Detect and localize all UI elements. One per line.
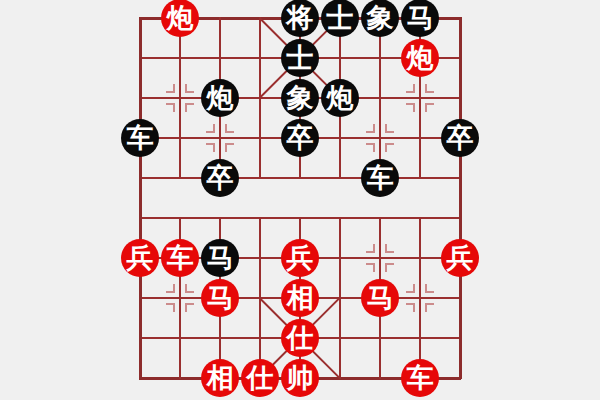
intersection-4-8[interactable]: 仕 — [280, 318, 320, 358]
intersection-2-1[interactable] — [200, 38, 240, 78]
intersection-3-5[interactable] — [240, 198, 280, 238]
intersection-4-9[interactable]: 帅 — [280, 358, 320, 398]
intersection-4-7[interactable]: 相 — [280, 278, 320, 318]
piece-red-soldier[interactable]: 兵 — [121, 239, 159, 277]
intersection-3-2[interactable] — [240, 78, 280, 118]
intersection-4-6[interactable]: 兵 — [280, 238, 320, 278]
intersection-3-9[interactable]: 仕 — [240, 358, 280, 398]
intersection-2-7[interactable]: 马 — [200, 278, 240, 318]
intersection-8-3[interactable]: 卒 — [440, 118, 480, 158]
piece-red-advisor[interactable]: 仕 — [241, 359, 279, 397]
piece-red-cannon[interactable]: 炮 — [401, 39, 439, 77]
intersection-5-5[interactable] — [320, 198, 360, 238]
piece-red-king[interactable]: 帅 — [281, 359, 319, 397]
intersection-4-5[interactable] — [280, 198, 320, 238]
intersection-1-5[interactable] — [160, 198, 200, 238]
intersection-0-8[interactable] — [120, 318, 160, 358]
piece-red-elephant[interactable]: 相 — [281, 279, 319, 317]
intersection-6-2[interactable] — [360, 78, 400, 118]
intersection-7-5[interactable] — [400, 198, 440, 238]
intersection-7-4[interactable] — [400, 158, 440, 198]
intersection-6-8[interactable] — [360, 318, 400, 358]
intersection-8-4[interactable] — [440, 158, 480, 198]
piece-black-horse[interactable]: 马 — [401, 0, 439, 37]
piece-red-elephant[interactable]: 相 — [201, 359, 239, 397]
intersection-6-4[interactable]: 车 — [360, 158, 400, 198]
xiangqi-app: 炮将士象马士炮炮象炮车卒卒卒车兵车马兵兵马相马仕相仕帅车 — [0, 0, 600, 400]
piece-black-soldier[interactable]: 卒 — [201, 159, 239, 197]
piece-red-advisor[interactable]: 仕 — [281, 319, 319, 357]
intersection-1-1[interactable] — [160, 38, 200, 78]
intersection-5-4[interactable] — [320, 158, 360, 198]
intersection-5-1[interactable] — [320, 38, 360, 78]
intersection-5-9[interactable] — [320, 358, 360, 398]
intersection-0-4[interactable] — [120, 158, 160, 198]
intersection-7-7[interactable] — [400, 278, 440, 318]
intersection-6-7[interactable]: 马 — [360, 278, 400, 318]
piece-black-horse[interactable]: 马 — [201, 239, 239, 277]
piece-red-soldier[interactable]: 兵 — [281, 239, 319, 277]
piece-red-horse[interactable]: 马 — [361, 279, 399, 317]
piece-black-elephant[interactable]: 象 — [281, 79, 319, 117]
piece-red-cannon[interactable]: 炮 — [161, 0, 199, 37]
intersection-2-3[interactable] — [200, 118, 240, 158]
intersection-5-6[interactable] — [320, 238, 360, 278]
intersection-3-0[interactable] — [240, 0, 280, 38]
intersection-8-2[interactable] — [440, 78, 480, 118]
intersection-3-6[interactable] — [240, 238, 280, 278]
intersection-2-4[interactable]: 卒 — [200, 158, 240, 198]
intersection-3-7[interactable] — [240, 278, 280, 318]
xiangqi-board[interactable]: 炮将士象马士炮炮象炮车卒卒卒车兵车马兵兵马相马仕相仕帅车 — [120, 0, 480, 398]
intersection-0-9[interactable] — [120, 358, 160, 398]
intersection-2-0[interactable] — [200, 0, 240, 38]
piece-black-general[interactable]: 将 — [281, 0, 319, 37]
piece-red-soldier[interactable]: 兵 — [441, 239, 479, 277]
intersection-2-8[interactable] — [200, 318, 240, 358]
intersection-7-6[interactable] — [400, 238, 440, 278]
intersection-8-7[interactable] — [440, 278, 480, 318]
intersection-8-5[interactable] — [440, 198, 480, 238]
intersection-1-3[interactable] — [160, 118, 200, 158]
piece-black-cannon[interactable]: 炮 — [201, 79, 239, 117]
intersection-0-5[interactable] — [120, 198, 160, 238]
intersection-1-8[interactable] — [160, 318, 200, 358]
intersection-5-0[interactable]: 士 — [320, 0, 360, 38]
intersection-5-7[interactable] — [320, 278, 360, 318]
intersection-0-7[interactable] — [120, 278, 160, 318]
intersection-7-9[interactable]: 车 — [400, 358, 440, 398]
intersection-2-5[interactable] — [200, 198, 240, 238]
intersection-8-9[interactable] — [440, 358, 480, 398]
piece-black-elephant[interactable]: 象 — [361, 0, 399, 37]
intersection-2-6[interactable]: 马 — [200, 238, 240, 278]
intersection-7-1[interactable]: 炮 — [400, 38, 440, 78]
piece-red-chariot[interactable]: 车 — [161, 239, 199, 277]
intersection-4-4[interactable] — [280, 158, 320, 198]
intersection-3-1[interactable] — [240, 38, 280, 78]
intersection-0-6[interactable]: 兵 — [120, 238, 160, 278]
piece-black-chariot[interactable]: 车 — [121, 119, 159, 157]
piece-red-chariot[interactable]: 车 — [401, 359, 439, 397]
intersection-6-1[interactable] — [360, 38, 400, 78]
intersection-0-1[interactable] — [120, 38, 160, 78]
piece-black-soldier[interactable]: 卒 — [441, 119, 479, 157]
intersection-1-0[interactable]: 炮 — [160, 0, 200, 38]
piece-black-chariot[interactable]: 车 — [361, 159, 399, 197]
intersection-8-1[interactable] — [440, 38, 480, 78]
intersection-7-2[interactable] — [400, 78, 440, 118]
intersection-5-2[interactable]: 炮 — [320, 78, 360, 118]
intersection-8-6[interactable]: 兵 — [440, 238, 480, 278]
intersection-6-9[interactable] — [360, 358, 400, 398]
intersection-6-6[interactable] — [360, 238, 400, 278]
intersection-3-4[interactable] — [240, 158, 280, 198]
intersection-6-0[interactable]: 象 — [360, 0, 400, 38]
intersection-4-3[interactable]: 卒 — [280, 118, 320, 158]
intersection-6-5[interactable] — [360, 198, 400, 238]
intersection-1-2[interactable] — [160, 78, 200, 118]
intersection-1-7[interactable] — [160, 278, 200, 318]
intersection-8-8[interactable] — [440, 318, 480, 358]
intersection-4-1[interactable]: 士 — [280, 38, 320, 78]
intersection-5-3[interactable] — [320, 118, 360, 158]
piece-red-horse[interactable]: 马 — [201, 279, 239, 317]
intersection-7-0[interactable]: 马 — [400, 0, 440, 38]
intersection-3-3[interactable] — [240, 118, 280, 158]
intersection-4-0[interactable]: 将 — [280, 0, 320, 38]
intersection-0-0[interactable] — [120, 0, 160, 38]
intersection-5-8[interactable] — [320, 318, 360, 358]
intersection-0-3[interactable]: 车 — [120, 118, 160, 158]
intersection-3-8[interactable] — [240, 318, 280, 358]
intersection-0-2[interactable] — [120, 78, 160, 118]
intersection-1-9[interactable] — [160, 358, 200, 398]
intersection-2-9[interactable]: 相 — [200, 358, 240, 398]
intersection-1-6[interactable]: 车 — [160, 238, 200, 278]
intersection-6-3[interactable] — [360, 118, 400, 158]
piece-black-cannon[interactable]: 炮 — [321, 79, 359, 117]
piece-black-soldier[interactable]: 卒 — [281, 119, 319, 157]
intersection-7-8[interactable] — [400, 318, 440, 358]
intersection-7-3[interactable] — [400, 118, 440, 158]
intersection-8-0[interactable] — [440, 0, 480, 38]
intersection-4-2[interactable]: 象 — [280, 78, 320, 118]
piece-black-advisor[interactable]: 士 — [281, 39, 319, 77]
piece-black-advisor[interactable]: 士 — [321, 0, 359, 37]
intersection-1-4[interactable] — [160, 158, 200, 198]
intersection-2-2[interactable]: 炮 — [200, 78, 240, 118]
